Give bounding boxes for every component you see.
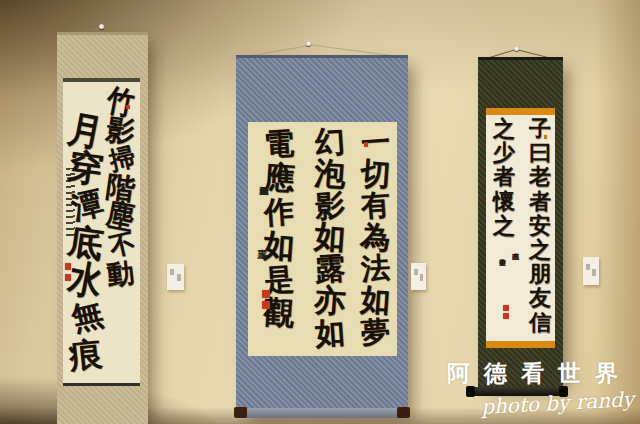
red-seal <box>126 105 130 109</box>
colophon-text: 聞孔子之志有感 <box>511 247 518 305</box>
calligraphy-column-2: 月穿潭底水無痕 <box>65 112 105 373</box>
red-seal <box>262 301 270 309</box>
signature-text: 馬玉瑞書 <box>257 241 267 293</box>
calligraphy-column-1: 子曰老者安之朋友信 <box>527 117 553 335</box>
roller-knob <box>397 407 410 418</box>
hanging-pin <box>99 24 104 29</box>
signature-scribble <box>66 168 75 236</box>
mount-top-edge <box>236 55 408 58</box>
calligraphy-paper: 一切有為法如夢 幻泡影如露亦如 電應作如是觀 錄金剛經偈語 馬玉瑞書 <box>248 122 397 356</box>
roller-rod <box>237 408 407 418</box>
label-text-mark <box>586 264 590 270</box>
wall-label <box>167 264 184 290</box>
calligraphy-column-2: 之少者懷之 <box>491 117 517 238</box>
roller-knob <box>234 407 247 418</box>
label-text-mark <box>414 269 418 275</box>
red-seal <box>503 305 509 311</box>
calligraphy-column-1: 竹影掃階塵不動 <box>102 88 138 288</box>
red-seal <box>65 263 71 270</box>
label-text-mark <box>592 269 596 276</box>
gallery-wall: 竹影掃階塵不動 月穿潭底水無痕 一切有為法如夢 幻泡影如露亦如 電應作如是觀 錄… <box>0 0 640 424</box>
wall-label <box>583 257 599 285</box>
calligraphy-paper: 子曰老者安之朋友信 之少者懷之 聞孔子之志有感 庚子年蔡子敬書 <box>486 115 555 341</box>
hanging-pin <box>306 41 311 46</box>
red-seal <box>65 274 71 281</box>
trim-strip-top <box>486 108 555 115</box>
mount-top-edge <box>57 32 148 35</box>
mount-top-edge <box>478 57 563 60</box>
label-text-mark <box>177 274 181 281</box>
red-seal <box>262 290 270 298</box>
red-seal <box>544 135 547 139</box>
red-seal <box>503 313 509 319</box>
scroll-center: 一切有為法如夢 幻泡影如露亦如 電應作如是觀 錄金剛經偈語 馬玉瑞書 <box>236 55 408 418</box>
calligraphy-paper: 竹影掃階塵不動 月穿潭底水無痕 <box>63 82 140 383</box>
calligraphy-column-2: 幻泡影如露亦如 <box>312 126 348 349</box>
red-seal <box>364 142 368 147</box>
watermark-cjk: 阿德看世界 <box>447 358 632 389</box>
label-text-mark <box>420 274 423 281</box>
hanging-pin <box>514 46 519 51</box>
label-text-mark <box>170 269 174 275</box>
scroll-right: 子曰老者安之朋友信 之少者懷之 聞孔子之志有感 庚子年蔡子敬書 <box>478 57 563 388</box>
wall-label <box>411 263 426 290</box>
trim-strip-bottom <box>486 341 555 348</box>
ichimonji-strip <box>63 383 140 386</box>
calligraphy-column-1: 一切有為法如夢 <box>358 127 392 348</box>
scroll-left: 竹影掃階塵不動 月穿潭底水無痕 <box>57 32 148 424</box>
